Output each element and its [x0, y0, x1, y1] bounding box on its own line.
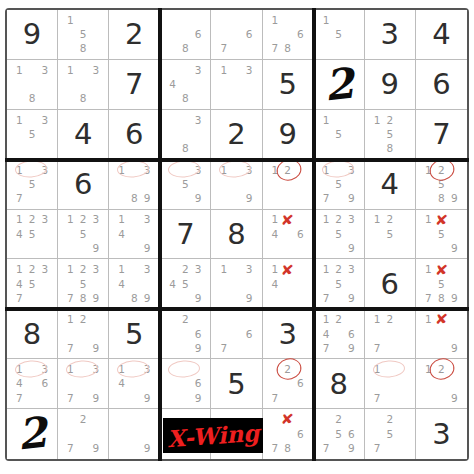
cell-r6c8[interactable]: 6	[365, 259, 416, 309]
candidate-6: 6	[38, 377, 51, 391]
cell-r6c2[interactable]: 1235789	[58, 259, 109, 309]
candidate-8	[332, 341, 345, 355]
candidate-3: 3	[38, 213, 51, 227]
candidate-9: 9	[90, 291, 103, 305]
candidate-7	[422, 341, 435, 355]
candidate-7	[64, 42, 77, 56]
candidate-7: 7	[371, 341, 384, 355]
candidate-3: 3	[192, 113, 205, 127]
candidate-8	[230, 341, 243, 355]
cell-r3c4[interactable]: 38	[160, 110, 211, 160]
candidate-9: 9	[448, 191, 461, 205]
candidate-2: 2	[332, 312, 345, 326]
pencil-marks: 1389	[109, 160, 159, 209]
candidate-8	[128, 241, 141, 255]
candidate-3: 3	[192, 163, 205, 177]
elimination-x-icon: ✘	[280, 262, 295, 276]
candidate-5	[128, 227, 141, 241]
candidate-4	[217, 327, 230, 341]
candidate-1: 1	[217, 163, 230, 177]
pencil-marks: 1✘9	[416, 309, 467, 358]
candidate-8: 8	[383, 141, 396, 155]
candidate-1: 1	[217, 63, 230, 77]
candidate-4: 4	[269, 227, 282, 241]
candidate-3: 3	[141, 362, 154, 376]
candidate-8: 8	[281, 441, 294, 456]
candidate-5: 5	[383, 227, 396, 241]
cell-r8c2[interactable]: 1379	[58, 359, 109, 409]
candidate-4	[64, 227, 77, 241]
candidate-9	[294, 391, 307, 405]
cell-r8c7[interactable]: 8	[314, 359, 365, 409]
cell-r4c8[interactable]: 4	[365, 160, 416, 210]
cell-r7c6[interactable]: 3	[263, 309, 314, 359]
candidate-1: 1	[422, 312, 435, 326]
pencil-marks: 15	[314, 110, 364, 159]
candidate-9: 9	[345, 341, 358, 355]
candidate-3	[243, 312, 256, 326]
candidate-9: 9	[243, 191, 256, 205]
cell-r4c3[interactable]: 1389	[109, 160, 160, 210]
pencil-marks: 17	[365, 359, 415, 408]
cell-r7c3[interactable]: 5	[109, 309, 160, 359]
candidate-2: 2	[77, 213, 90, 227]
candidate-6	[448, 227, 461, 241]
cell-r3c5[interactable]: 2	[211, 110, 262, 160]
cell-r5c3[interactable]: 1349	[109, 210, 160, 260]
candidate-5	[128, 377, 141, 391]
cell-r6c4[interactable]: 23459	[160, 259, 211, 309]
cell-r4c9[interactable]: 12589	[416, 160, 467, 210]
candidate-7: 7	[13, 291, 26, 305]
candidate-2	[26, 113, 39, 127]
candidate-8	[383, 391, 396, 405]
candidate-4: 4	[13, 277, 26, 291]
elimination-x-icon: ✘	[434, 262, 449, 276]
cell-r4c4[interactable]: 359	[160, 160, 211, 210]
candidate-7	[115, 291, 128, 305]
candidate-1	[166, 113, 179, 127]
candidate-9	[38, 91, 51, 105]
candidate-6	[38, 177, 51, 191]
candidate-7: 7	[64, 291, 77, 305]
cell-r8c6[interactable]: 267	[263, 359, 314, 409]
candidate-4	[217, 277, 230, 291]
cell-r3c7[interactable]: 15	[314, 110, 365, 160]
candidate-4	[64, 77, 77, 91]
cell-r1c7[interactable]: 15	[314, 10, 365, 60]
candidate-9: 9	[345, 191, 358, 205]
candidate-3: 3	[38, 163, 51, 177]
candidate-3: 3	[345, 213, 358, 227]
cell-r9c9[interactable]: 3	[416, 409, 467, 459]
pencil-marks: 1✘4	[263, 259, 313, 308]
candidate-7: 7	[13, 391, 26, 405]
candidate-9: 9	[192, 291, 205, 305]
candidate-6: 6	[192, 327, 205, 341]
cell-r6c3[interactable]: 13489	[109, 259, 160, 309]
candidate-7	[166, 291, 179, 305]
candidate-2	[332, 113, 345, 127]
candidate-3	[294, 262, 307, 276]
candidate-5: 5	[435, 227, 448, 241]
solved-digit: 9	[263, 110, 313, 159]
solved-digit: 6	[109, 110, 159, 159]
candidate-1: 1	[64, 362, 77, 376]
pencil-marks: ✘678	[263, 409, 313, 459]
candidate-7	[217, 291, 230, 305]
cell-r4c7[interactable]: 13579	[314, 160, 365, 210]
cell-r7c8[interactable]: 127	[365, 309, 416, 359]
cell-r5c1[interactable]: 12345	[7, 210, 58, 260]
cell-r5c7[interactable]: 12359	[314, 210, 365, 260]
candidate-8	[179, 291, 192, 305]
candidate-9	[192, 141, 205, 155]
candidate-7	[166, 191, 179, 205]
solved-digit: 3	[263, 309, 313, 358]
pencil-marks: 12589	[416, 160, 467, 209]
candidate-1: 1	[320, 113, 333, 127]
candidate-1: 1	[320, 262, 333, 276]
cell-r9c8[interactable]: 257	[365, 409, 416, 459]
cell-r5c4[interactable]: 7	[160, 210, 211, 260]
candidate-7	[64, 91, 77, 105]
elimination-x-icon: ✘	[280, 412, 295, 427]
cell-r9c6[interactable]: ✘678	[263, 409, 314, 459]
candidate-9: 9	[141, 441, 154, 456]
cell-r4c5[interactable]: 139	[211, 160, 262, 210]
candidate-8: 8	[435, 191, 448, 205]
cell-r2c8[interactable]: 9	[365, 60, 416, 110]
candidate-6	[141, 427, 154, 442]
candidate-5: 5	[435, 277, 448, 291]
pencil-marks: 12345	[7, 210, 57, 259]
cell-r8c3[interactable]: 1349	[109, 359, 160, 409]
candidate-8	[332, 141, 345, 155]
candidate-6	[141, 227, 154, 241]
candidate-8	[77, 341, 90, 355]
candidate-9	[192, 42, 205, 56]
candidate-8: 8	[77, 91, 90, 105]
pencil-marks: 257	[365, 409, 415, 459]
candidate-3	[345, 13, 358, 27]
cell-r6c7[interactable]: 123579	[314, 259, 365, 309]
candidate-6	[294, 277, 307, 291]
cell-r3c1[interactable]: 135	[7, 110, 58, 160]
cell-r2c1[interactable]: 138	[7, 60, 58, 110]
candidate-4: 4	[115, 277, 128, 291]
cell-r7c5[interactable]: 67	[211, 309, 262, 359]
cell-r1c1[interactable]: 9	[7, 10, 58, 60]
candidate-7: 7	[320, 291, 333, 305]
candidate-1: 1	[320, 213, 333, 227]
candidate-4: 4	[166, 77, 179, 91]
candidate-1: 1	[320, 163, 333, 177]
cell-r8c5[interactable]: 5	[211, 359, 262, 409]
candidate-8	[77, 391, 90, 405]
candidate-9	[396, 391, 409, 405]
cell-r8c1[interactable]: 13467	[7, 359, 58, 409]
cell-r9c7[interactable]: 25679	[314, 409, 365, 459]
candidate-8	[332, 42, 345, 56]
candidate-5	[179, 377, 192, 391]
candidate-6	[90, 227, 103, 241]
solved-digit: 3	[416, 409, 467, 459]
pencil-marks: 158	[58, 10, 108, 59]
candidate-1: 1	[422, 262, 435, 276]
candidate-3	[294, 13, 307, 27]
candidate-9	[38, 291, 51, 305]
candidate-9: 9	[243, 291, 256, 305]
candidate-7	[13, 141, 26, 155]
solved-digit: 3	[365, 10, 415, 59]
candidate-3	[345, 113, 358, 127]
cell-r8c9[interactable]: 129	[416, 359, 467, 409]
cell-r2c2[interactable]: 138	[58, 60, 109, 110]
cell-r5c2[interactable]: 12359	[58, 210, 109, 260]
candidate-3	[396, 412, 409, 427]
pencil-marks: 1258	[365, 110, 415, 159]
candidate-4	[166, 27, 179, 41]
pencil-marks: 25679	[314, 409, 364, 459]
candidate-8	[26, 141, 39, 155]
candidate-2: 2	[332, 262, 345, 276]
cell-r1c4[interactable]: 68	[160, 10, 211, 60]
candidate-5: 5	[332, 27, 345, 41]
candidate-8	[179, 391, 192, 405]
candidate-7: 7	[217, 341, 230, 355]
candidate-2: 2	[179, 262, 192, 276]
candidate-1: 1	[13, 213, 26, 227]
cell-r7c2[interactable]: 1279	[58, 309, 109, 359]
cell-r3c3[interactable]: 6	[109, 110, 160, 160]
sudoku-app: 9158268671678153413813873481352961354638…	[0, 0, 474, 474]
candidate-2	[128, 163, 141, 177]
candidate-3	[192, 312, 205, 326]
candidate-3	[294, 362, 307, 376]
cell-r5c5[interactable]: 8	[211, 210, 262, 260]
cell-r7c4[interactable]: 269	[160, 309, 211, 359]
candidate-7	[166, 391, 179, 405]
pencil-marks: 67	[211, 309, 261, 358]
candidate-1: 1	[422, 213, 435, 227]
candidate-3	[90, 13, 103, 27]
candidate-2	[77, 63, 90, 77]
cell-r1c2[interactable]: 158	[58, 10, 109, 60]
candidate-3	[448, 312, 461, 326]
cell-r4c2[interactable]: 6	[58, 160, 109, 210]
pencil-marks: 13467	[7, 359, 57, 408]
candidate-7	[269, 191, 282, 205]
cell-r3c9[interactable]: 7	[416, 110, 467, 160]
cell-r9c1[interactable]: 2	[7, 409, 58, 459]
candidate-5: 5	[77, 27, 90, 41]
cell-r3c8[interactable]: 1258	[365, 110, 416, 160]
solved-digit: 4	[416, 10, 467, 59]
candidate-4	[269, 377, 282, 391]
candidate-8	[179, 341, 192, 355]
cell-r2c5[interactable]: 13	[211, 60, 262, 110]
cell-r6c1[interactable]: 123457	[7, 259, 58, 309]
cell-r1c8[interactable]: 3	[365, 10, 416, 60]
pencil-marks: 12359	[58, 210, 108, 259]
candidate-6	[90, 277, 103, 291]
candidate-2: 2	[383, 213, 396, 227]
solved-digit: 5	[211, 359, 261, 408]
candidate-5: 5	[435, 177, 448, 191]
candidate-7	[217, 191, 230, 205]
candidate-4: 4	[166, 277, 179, 291]
pencil-marks: 13489	[109, 259, 159, 308]
candidate-7: 7	[320, 441, 333, 456]
candidate-5	[179, 327, 192, 341]
pencil-marks: 139	[211, 259, 261, 308]
candidate-3	[448, 163, 461, 177]
candidate-1	[371, 412, 384, 427]
cell-r7c9[interactable]: 1✘9	[416, 309, 467, 359]
cell-r8c4[interactable]: 69	[160, 359, 211, 409]
candidate-3: 3	[345, 163, 358, 177]
candidate-3	[345, 412, 358, 427]
candidate-2	[179, 362, 192, 376]
cell-r1c6[interactable]: 1678	[263, 10, 314, 60]
candidate-5	[230, 327, 243, 341]
candidate-9: 9	[192, 391, 205, 405]
candidate-5	[128, 427, 141, 442]
candidate-2	[128, 262, 141, 276]
candidate-7	[320, 141, 333, 155]
candidate-2: 2	[26, 213, 39, 227]
pencil-marks: 1✘46	[263, 210, 313, 259]
pencil-marks: 125	[365, 210, 415, 259]
cell-r9c3[interactable]: 9	[109, 409, 160, 459]
solved-digit: 7	[416, 110, 467, 159]
candidate-2: 2	[179, 312, 192, 326]
candidate-2: 2	[281, 163, 294, 177]
candidate-7: 7	[371, 391, 384, 405]
candidate-8	[383, 241, 396, 255]
pencil-marks: 15	[314, 10, 364, 59]
cell-r2c4[interactable]: 348	[160, 60, 211, 110]
candidate-6	[396, 377, 409, 391]
candidate-2: 2	[383, 113, 396, 127]
cell-r9c2[interactable]: 279	[58, 409, 109, 459]
cell-r1c3[interactable]: 2	[109, 10, 160, 60]
pencil-marks: 279	[58, 409, 108, 459]
cell-r4c6[interactable]: 12	[263, 160, 314, 210]
candidate-7	[320, 42, 333, 56]
candidate-2	[383, 362, 396, 376]
candidate-4: 4	[115, 377, 128, 391]
candidate-4	[13, 77, 26, 91]
candidate-1: 1	[422, 362, 435, 376]
candidate-3	[396, 113, 409, 127]
cell-r8c8[interactable]: 17	[365, 359, 416, 409]
candidate-9	[345, 42, 358, 56]
candidate-8	[332, 191, 345, 205]
cell-r1c9[interactable]: 4	[416, 10, 467, 60]
candidate-5: 5	[383, 127, 396, 141]
solved-digit: 2	[109, 10, 159, 59]
candidate-9	[243, 91, 256, 105]
pencil-marks: 1279	[58, 309, 108, 358]
candidate-5: 5	[332, 427, 345, 442]
candidate-7: 7	[269, 42, 282, 56]
cell-r2c9[interactable]: 6	[416, 60, 467, 110]
candidate-5: 5	[332, 277, 345, 291]
candidate-4: 4	[13, 377, 26, 391]
cell-r2c6[interactable]: 5	[263, 60, 314, 110]
cell-r5c8[interactable]: 125	[365, 210, 416, 260]
candidate-8	[179, 191, 192, 205]
candidate-7	[115, 191, 128, 205]
pencil-marks: 1✘59	[416, 210, 467, 259]
candidate-3	[345, 312, 358, 326]
candidate-8: 8	[179, 91, 192, 105]
cell-r6c6[interactable]: 1✘4	[263, 259, 314, 309]
cell-r3c2[interactable]: 4	[58, 110, 109, 160]
cell-r4c1[interactable]: 1357	[7, 160, 58, 210]
candidate-3: 3	[38, 63, 51, 77]
candidate-6	[448, 377, 461, 391]
pencil-marks: 12359	[314, 210, 364, 259]
cell-r6c5[interactable]: 139	[211, 259, 262, 309]
candidate-3: 3	[38, 262, 51, 276]
candidate-7: 7	[64, 441, 77, 456]
candidate-3	[192, 13, 205, 27]
candidate-5	[77, 377, 90, 391]
candidate-1: 1	[269, 163, 282, 177]
candidate-3: 3	[38, 113, 51, 127]
solved-digit: 7	[109, 60, 159, 109]
candidate-4	[166, 127, 179, 141]
candidate-9: 9	[345, 241, 358, 255]
cell-r2c7[interactable]: 2	[314, 60, 365, 110]
candidate-4	[64, 27, 77, 41]
cell-r1c5[interactable]: 67	[211, 10, 262, 60]
candidate-1	[166, 63, 179, 77]
candidate-5: 5	[26, 177, 39, 191]
candidate-1: 1	[13, 163, 26, 177]
cell-r5c6[interactable]: 1✘46	[263, 210, 314, 260]
cell-r3c6[interactable]: 9	[263, 110, 314, 160]
candidate-9: 9	[345, 441, 358, 456]
candidate-9	[396, 441, 409, 456]
candidate-1	[166, 163, 179, 177]
candidate-6	[345, 277, 358, 291]
cell-r7c7[interactable]: 124679	[314, 309, 365, 359]
candidate-4	[422, 227, 435, 241]
candidate-1	[64, 412, 77, 427]
candidate-4	[422, 327, 435, 341]
candidate-8	[281, 291, 294, 305]
candidate-1	[115, 412, 128, 427]
candidate-3	[294, 412, 307, 427]
candidate-3: 3	[243, 163, 256, 177]
candidate-6	[90, 27, 103, 41]
candidate-2	[230, 163, 243, 177]
candidate-4	[217, 77, 230, 91]
candidate-4	[217, 27, 230, 41]
cell-r2c3[interactable]: 7	[109, 60, 160, 110]
candidate-7	[371, 241, 384, 255]
candidate-4	[371, 227, 384, 241]
cell-r5c9[interactable]: 1✘59	[416, 210, 467, 260]
cell-r6c9[interactable]: 1✘5789	[416, 259, 467, 309]
candidate-4	[422, 277, 435, 291]
cell-r7c1[interactable]: 8	[7, 309, 58, 359]
candidate-5	[77, 77, 90, 91]
